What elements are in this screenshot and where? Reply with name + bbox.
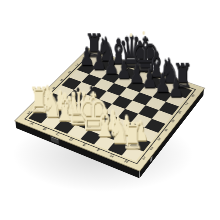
rank-label-right-1: 1: [141, 156, 147, 160]
chess-set-photo: AABBCCDDEEFFGGHH1122334455667788♜♞♝♛♚♝♞♜…: [0, 0, 220, 220]
file-label-near-e: E: [82, 143, 88, 147]
rank-label-right-6: 6: [177, 110, 182, 114]
latch-clasp: [51, 136, 59, 144]
file-label-near-b: B: [42, 127, 48, 131]
file-label-near-h: H: [123, 159, 129, 164]
file-label-near-g: G: [109, 153, 115, 158]
rank-label-right-3: 3: [156, 137, 161, 141]
hinge-fitting: [150, 156, 152, 162]
